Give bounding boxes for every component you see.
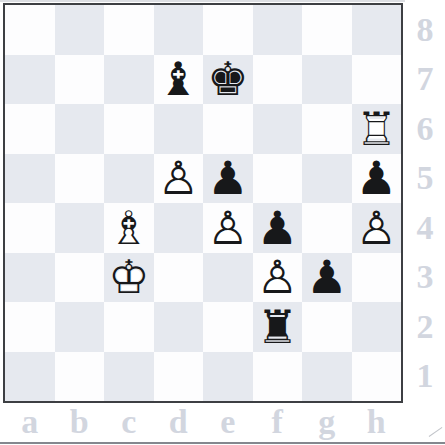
square-h7 xyxy=(352,55,402,105)
pawn-outline-glyph: ♙ xyxy=(352,203,402,253)
black-rook-piece: ♜ xyxy=(253,302,303,352)
square-c7 xyxy=(104,55,154,105)
square-c5 xyxy=(104,154,154,204)
file-label-a: a xyxy=(5,403,55,441)
file-label-e: e xyxy=(203,403,253,441)
pawn-outline-glyph: ♙ xyxy=(203,203,253,253)
square-h1 xyxy=(352,352,402,402)
square-g5 xyxy=(302,154,352,204)
square-g3: ♟ xyxy=(302,253,352,303)
bishop-outline-glyph: ♗ xyxy=(104,203,154,253)
square-f5 xyxy=(253,154,303,204)
white-bishop-piece: ♝♗ xyxy=(104,203,154,253)
square-b4 xyxy=(55,203,105,253)
rank-labels: 87654321 xyxy=(405,5,445,401)
square-a8 xyxy=(5,5,55,55)
square-c3: ♚♔ xyxy=(104,253,154,303)
square-a6 xyxy=(5,104,55,154)
square-a4 xyxy=(5,203,55,253)
square-d6 xyxy=(154,104,204,154)
square-g4 xyxy=(302,203,352,253)
square-f6 xyxy=(253,104,303,154)
black-pawn-piece: ♟ xyxy=(352,154,402,204)
square-d1 xyxy=(154,352,204,402)
square-e3 xyxy=(203,253,253,303)
rank-label-4: 4 xyxy=(405,203,445,253)
square-d3 xyxy=(154,253,204,303)
square-h8 xyxy=(352,5,402,55)
rank-label-6: 6 xyxy=(405,104,445,154)
square-g6 xyxy=(302,104,352,154)
white-pawn-piece: ♟♙ xyxy=(253,253,303,303)
white-pawn-piece: ♟♙ xyxy=(352,203,402,253)
square-h3 xyxy=(352,253,402,303)
square-b8 xyxy=(55,5,105,55)
king-outline-glyph: ♔ xyxy=(104,253,154,303)
square-b5 xyxy=(55,154,105,204)
square-b7 xyxy=(55,55,105,105)
file-labels: abcdefgh xyxy=(5,403,401,441)
file-label-d: d xyxy=(154,403,204,441)
corner-artifact-mark xyxy=(429,427,443,437)
rank-label-8: 8 xyxy=(405,5,445,55)
square-h5: ♟ xyxy=(352,154,402,204)
black-pawn-piece: ♟ xyxy=(302,253,352,303)
square-g1 xyxy=(302,352,352,402)
square-b6 xyxy=(55,104,105,154)
square-e5: ♟ xyxy=(203,154,253,204)
black-king-piece: ♚ xyxy=(203,55,253,105)
square-c6 xyxy=(104,104,154,154)
rank-label-3: 3 xyxy=(405,253,445,303)
black-bishop-piece: ♝ xyxy=(154,55,204,105)
square-f7 xyxy=(253,55,303,105)
square-d8 xyxy=(154,5,204,55)
rank-label-5: 5 xyxy=(405,154,445,204)
square-f8 xyxy=(253,5,303,55)
square-e2 xyxy=(203,302,253,352)
file-label-h: h xyxy=(352,403,402,441)
rank-label-2: 2 xyxy=(405,302,445,352)
square-g8 xyxy=(302,5,352,55)
square-c1 xyxy=(104,352,154,402)
square-f1 xyxy=(253,352,303,402)
square-e1 xyxy=(203,352,253,402)
file-label-c: c xyxy=(104,403,154,441)
square-e6 xyxy=(203,104,253,154)
square-a7 xyxy=(5,55,55,105)
square-c4: ♝♗ xyxy=(104,203,154,253)
square-d4 xyxy=(154,203,204,253)
white-rook-piece: ♜♖ xyxy=(352,104,402,154)
pawn-outline-glyph: ♙ xyxy=(154,154,204,204)
square-g7 xyxy=(302,55,352,105)
black-pawn-piece: ♟ xyxy=(253,203,303,253)
white-pawn-piece: ♟♙ xyxy=(203,203,253,253)
square-g2 xyxy=(302,302,352,352)
top-divider-line xyxy=(0,0,405,2)
square-e4: ♟♙ xyxy=(203,203,253,253)
rank-label-7: 7 xyxy=(405,55,445,105)
square-h2 xyxy=(352,302,402,352)
square-e7: ♚ xyxy=(203,55,253,105)
bottom-divider-line xyxy=(0,442,445,444)
square-b1 xyxy=(55,352,105,402)
square-a2 xyxy=(5,302,55,352)
white-king-piece: ♚♔ xyxy=(104,253,154,303)
square-e8 xyxy=(203,5,253,55)
square-h6: ♜♖ xyxy=(352,104,402,154)
square-c2 xyxy=(104,302,154,352)
square-d5: ♟♙ xyxy=(154,154,204,204)
chess-board: ♝♚♜♖♟♙♟♟♝♗♟♙♟♟♙♚♔♟♙♟♜ xyxy=(3,3,403,403)
square-h4: ♟♙ xyxy=(352,203,402,253)
chess-diagram-page: ♝♚♜♖♟♙♟♟♝♗♟♙♟♟♙♚♔♟♙♟♜ 87654321 abcdefgh xyxy=(0,0,445,445)
rank-label-1: 1 xyxy=(405,352,445,402)
square-a1 xyxy=(5,352,55,402)
square-f2: ♜ xyxy=(253,302,303,352)
square-a3 xyxy=(5,253,55,303)
square-d7: ♝ xyxy=(154,55,204,105)
square-c8 xyxy=(104,5,154,55)
file-label-f: f xyxy=(253,403,303,441)
black-pawn-piece: ♟ xyxy=(203,154,253,204)
square-a5 xyxy=(5,154,55,204)
square-d2 xyxy=(154,302,204,352)
file-label-b: b xyxy=(55,403,105,441)
pawn-outline-glyph: ♙ xyxy=(253,253,303,303)
file-label-g: g xyxy=(302,403,352,441)
square-b2 xyxy=(55,302,105,352)
rook-outline-glyph: ♖ xyxy=(352,104,402,154)
square-b3 xyxy=(55,253,105,303)
square-f3: ♟♙ xyxy=(253,253,303,303)
white-pawn-piece: ♟♙ xyxy=(154,154,204,204)
square-f4: ♟ xyxy=(253,203,303,253)
